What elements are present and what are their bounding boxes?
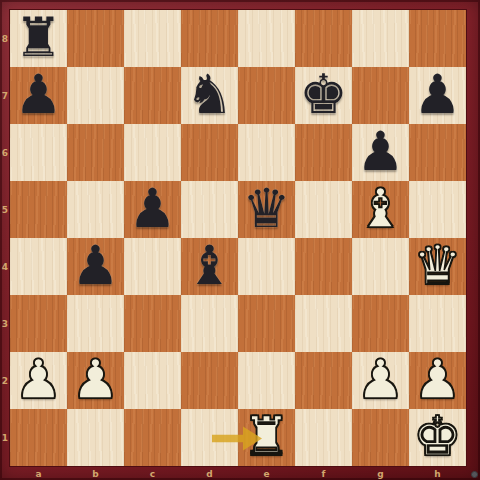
square-d2[interactable] [181, 352, 238, 409]
square-a6[interactable] [10, 124, 67, 181]
piece-white-rook-e1[interactable]: ♜ [238, 408, 295, 465]
square-b5[interactable] [67, 181, 124, 238]
square-h8[interactable] [409, 10, 466, 67]
square-e2[interactable] [238, 352, 295, 409]
corner-dot [471, 471, 478, 478]
square-e3[interactable] [238, 295, 295, 352]
square-a7[interactable]: ♟ [10, 67, 67, 124]
square-d5[interactable] [181, 181, 238, 238]
square-f4[interactable] [295, 238, 352, 295]
square-d6[interactable] [181, 124, 238, 181]
file-label-c: c [124, 469, 181, 479]
piece-black-knight-d7[interactable]: ♞ [181, 66, 238, 123]
square-d7[interactable]: ♞ [181, 67, 238, 124]
square-d1[interactable] [181, 409, 238, 466]
square-g4[interactable] [352, 238, 409, 295]
square-a3[interactable] [10, 295, 67, 352]
square-a8[interactable]: ♜ [10, 10, 67, 67]
piece-black-queen-e5[interactable]: ♛ [238, 180, 295, 237]
square-e1[interactable]: ♜ [238, 409, 295, 466]
square-d3[interactable] [181, 295, 238, 352]
square-g5[interactable]: ♝ [352, 181, 409, 238]
square-c8[interactable] [124, 10, 181, 67]
board-frame: ♜♟♞♚♟♟♟♛♝♟♝♛♟♟♟♟♜♚ 87654321 abcdefgh [0, 0, 480, 480]
square-e4[interactable] [238, 238, 295, 295]
square-f1[interactable] [295, 409, 352, 466]
piece-black-king-f7[interactable]: ♚ [295, 66, 352, 123]
square-b1[interactable] [67, 409, 124, 466]
square-e5[interactable]: ♛ [238, 181, 295, 238]
square-h4[interactable]: ♛ [409, 238, 466, 295]
piece-black-pawn-b4[interactable]: ♟ [67, 237, 124, 294]
piece-black-pawn-g6[interactable]: ♟ [352, 123, 409, 180]
file-label-a: a [10, 469, 67, 479]
square-c5[interactable]: ♟ [124, 181, 181, 238]
square-b7[interactable] [67, 67, 124, 124]
piece-black-pawn-c5[interactable]: ♟ [124, 180, 181, 237]
square-b3[interactable] [67, 295, 124, 352]
square-c1[interactable] [124, 409, 181, 466]
square-f8[interactable] [295, 10, 352, 67]
square-f2[interactable] [295, 352, 352, 409]
square-d8[interactable] [181, 10, 238, 67]
rank-label-2: 2 [0, 376, 10, 386]
square-e8[interactable] [238, 10, 295, 67]
square-h6[interactable] [409, 124, 466, 181]
piece-white-queen-h4[interactable]: ♛ [409, 237, 466, 294]
file-label-f: f [295, 469, 352, 479]
file-label-d: d [181, 469, 238, 479]
square-b8[interactable] [67, 10, 124, 67]
square-g8[interactable] [352, 10, 409, 67]
chess-board: ♜♟♞♚♟♟♟♛♝♟♝♛♟♟♟♟♜♚ [10, 10, 466, 466]
square-g1[interactable] [352, 409, 409, 466]
piece-white-pawn-g2[interactable]: ♟ [352, 351, 409, 408]
piece-black-bishop-d4[interactable]: ♝ [181, 237, 238, 294]
rank-label-8: 8 [0, 34, 10, 44]
square-a1[interactable] [10, 409, 67, 466]
square-a5[interactable] [10, 181, 67, 238]
square-c4[interactable] [124, 238, 181, 295]
square-h2[interactable]: ♟ [409, 352, 466, 409]
square-e6[interactable] [238, 124, 295, 181]
square-f6[interactable] [295, 124, 352, 181]
file-label-b: b [67, 469, 124, 479]
piece-black-pawn-h7[interactable]: ♟ [409, 66, 466, 123]
square-h5[interactable] [409, 181, 466, 238]
square-c3[interactable] [124, 295, 181, 352]
rank-label-4: 4 [0, 262, 10, 272]
file-label-e: e [238, 469, 295, 479]
square-g2[interactable]: ♟ [352, 352, 409, 409]
square-d4[interactable]: ♝ [181, 238, 238, 295]
square-a4[interactable] [10, 238, 67, 295]
rank-label-7: 7 [0, 91, 10, 101]
square-h1[interactable]: ♚ [409, 409, 466, 466]
square-b4[interactable]: ♟ [67, 238, 124, 295]
piece-white-king-h1[interactable]: ♚ [409, 408, 466, 465]
square-c2[interactable] [124, 352, 181, 409]
rank-label-3: 3 [0, 319, 10, 329]
square-f5[interactable] [295, 181, 352, 238]
square-f7[interactable]: ♚ [295, 67, 352, 124]
square-e7[interactable] [238, 67, 295, 124]
square-g6[interactable]: ♟ [352, 124, 409, 181]
square-h3[interactable] [409, 295, 466, 352]
piece-white-pawn-b2[interactable]: ♟ [67, 351, 124, 408]
square-c7[interactable] [124, 67, 181, 124]
file-label-h: h [409, 469, 466, 479]
piece-white-pawn-a2[interactable]: ♟ [10, 351, 67, 408]
piece-white-pawn-h2[interactable]: ♟ [409, 351, 466, 408]
file-label-g: g [352, 469, 409, 479]
rank-label-6: 6 [0, 148, 10, 158]
square-a2[interactable]: ♟ [10, 352, 67, 409]
square-g3[interactable] [352, 295, 409, 352]
rank-label-1: 1 [0, 433, 10, 443]
square-h7[interactable]: ♟ [409, 67, 466, 124]
square-c6[interactable] [124, 124, 181, 181]
square-g7[interactable] [352, 67, 409, 124]
square-b6[interactable] [67, 124, 124, 181]
piece-white-bishop-g5[interactable]: ♝ [352, 180, 409, 237]
rank-label-5: 5 [0, 205, 10, 215]
piece-black-rook-a8[interactable]: ♜ [10, 9, 67, 66]
square-b2[interactable]: ♟ [67, 352, 124, 409]
square-f3[interactable] [295, 295, 352, 352]
piece-black-pawn-a7[interactable]: ♟ [10, 66, 67, 123]
